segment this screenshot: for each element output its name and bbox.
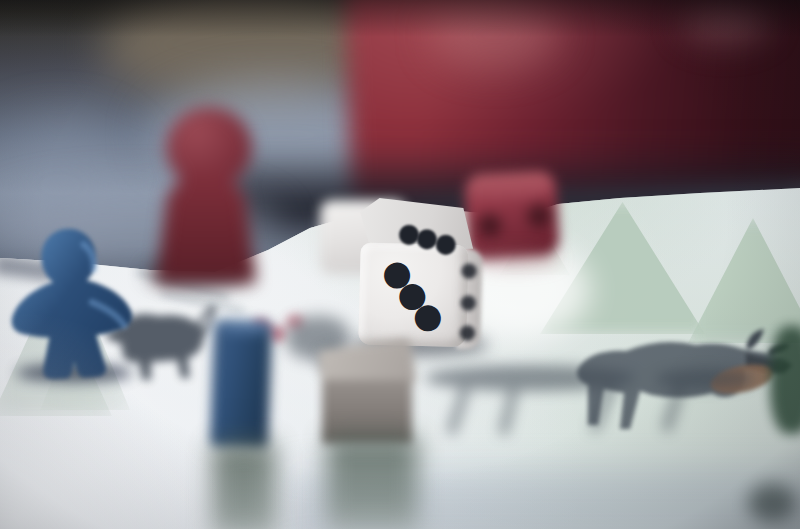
meeple-shape: [2, 223, 140, 382]
die-pip: ●: [459, 321, 477, 341]
white-die: ● ● ● ● ● ● ● ● ●: [354, 194, 488, 355]
die-pip: ●: [460, 259, 478, 279]
red-pawn: [148, 105, 264, 283]
red-pawn-body: [152, 171, 260, 283]
die-pip: ●: [459, 291, 477, 311]
bush-illustration: [770, 326, 800, 434]
gray-cube: [320, 344, 414, 444]
die-pip: ●: [434, 229, 457, 256]
photo-scene: ● ● ● ● ● ● ● ● ● ● ●: [0, 0, 800, 529]
die-pip: ●: [413, 298, 444, 333]
red-die-pip: ●: [525, 198, 553, 229]
blue-block-shadow: [212, 442, 276, 529]
game-box-light-smudge: [680, 2, 770, 44]
game-box-highlight: [430, 0, 560, 70]
gray-cube-shadow: [326, 436, 418, 529]
blurred-animal-legs-illustration: [425, 365, 755, 440]
blue-block: [210, 319, 272, 449]
gray-cube-front-face: [322, 380, 412, 444]
blue-block-top-face: [216, 319, 270, 335]
blue-meeple: [2, 223, 140, 382]
